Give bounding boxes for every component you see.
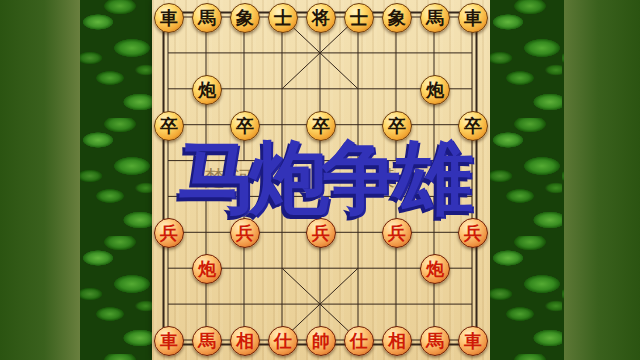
board-grid [152,0,490,360]
piece-black-cannon[interactable]: 炮 [420,75,450,105]
right-green-bar [564,0,640,360]
river-label-chu-he: 楚河 [204,164,260,192]
piece-black-soldier[interactable]: 卒 [306,111,336,141]
river-label-han-jie: 漢界 [374,164,430,192]
right-leaves-background [490,0,564,360]
video-frame: 楚河 漢界 車馬象士将士象馬車炮炮卒卒卒卒卒兵兵兵兵兵炮炮車馬相仕帥仕相馬車 马… [0,0,640,360]
piece-black-horse[interactable]: 馬 [192,3,222,33]
piece-red-cannon[interactable]: 炮 [192,254,222,284]
piece-black-soldier[interactable]: 卒 [382,111,412,141]
piece-red-elephant[interactable]: 相 [382,326,412,356]
piece-black-soldier[interactable]: 卒 [458,111,488,141]
left-leaves-background [80,0,152,360]
piece-red-elephant[interactable]: 相 [230,326,260,356]
piece-red-advisor[interactable]: 仕 [344,326,374,356]
piece-black-general[interactable]: 将 [306,3,336,33]
piece-black-chariot[interactable]: 車 [154,3,184,33]
piece-black-elephant[interactable]: 象 [230,3,260,33]
piece-black-advisor[interactable]: 士 [268,3,298,33]
piece-black-advisor[interactable]: 士 [344,3,374,33]
left-green-bar [0,0,80,360]
piece-black-chariot[interactable]: 車 [458,3,488,33]
piece-black-soldier[interactable]: 卒 [230,111,260,141]
piece-red-chariot[interactable]: 車 [458,326,488,356]
piece-red-cannon[interactable]: 炮 [420,254,450,284]
piece-red-advisor[interactable]: 仕 [268,326,298,356]
piece-black-elephant[interactable]: 象 [382,3,412,33]
piece-red-horse[interactable]: 馬 [420,326,450,356]
piece-black-soldier[interactable]: 卒 [154,111,184,141]
piece-black-horse[interactable]: 馬 [420,3,450,33]
piece-red-horse[interactable]: 馬 [192,326,222,356]
piece-red-general[interactable]: 帥 [306,326,336,356]
xiangqi-board[interactable]: 楚河 漢界 車馬象士将士象馬車炮炮卒卒卒卒卒兵兵兵兵兵炮炮車馬相仕帥仕相馬車 [152,0,490,360]
piece-red-chariot[interactable]: 車 [154,326,184,356]
piece-black-cannon[interactable]: 炮 [192,75,222,105]
